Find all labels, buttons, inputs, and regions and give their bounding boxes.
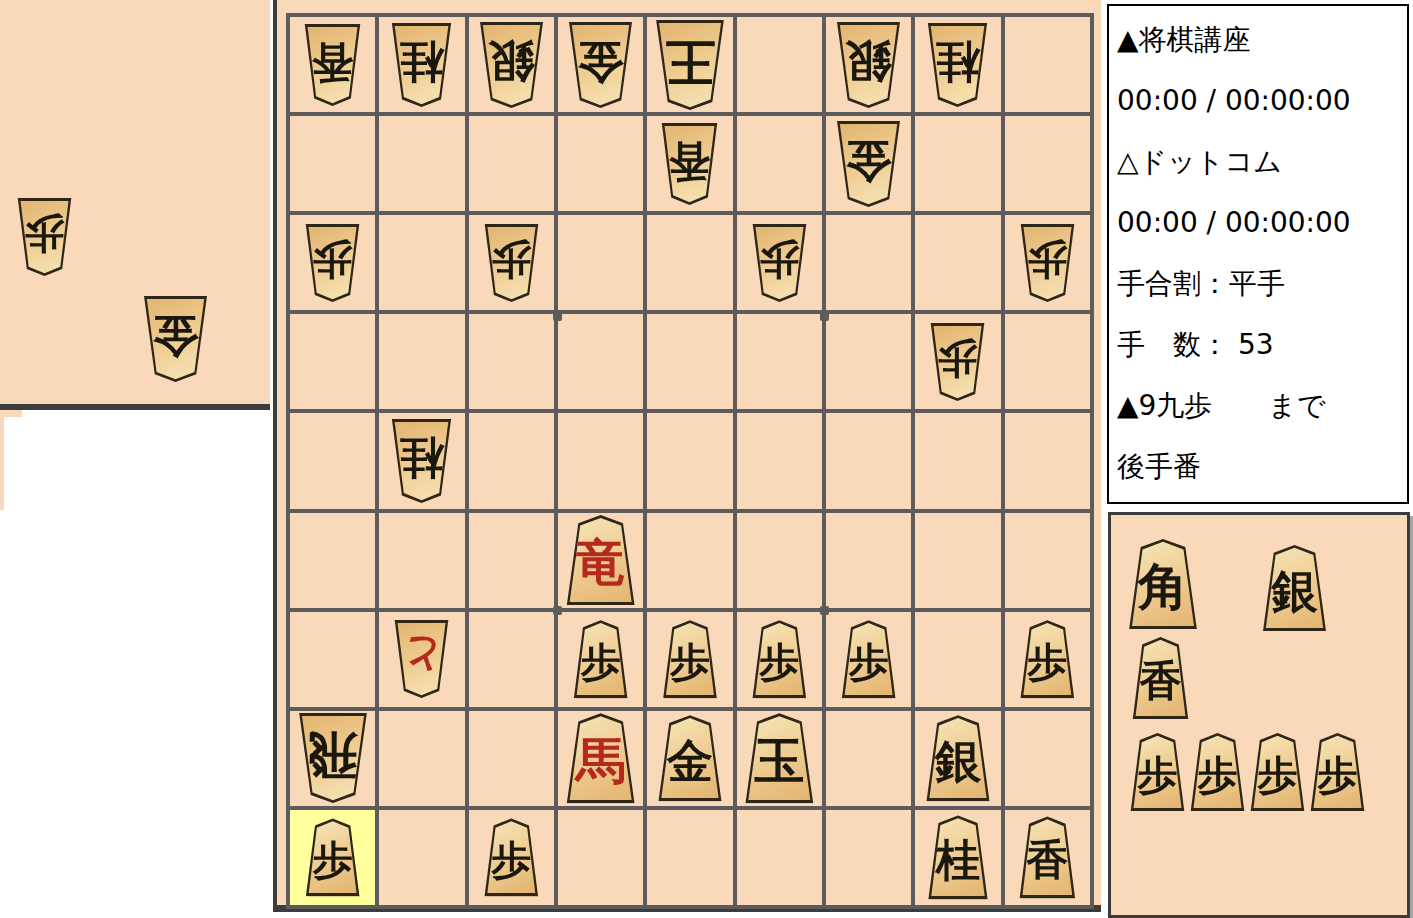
piece-face: 歩	[486, 820, 537, 893]
board-cell[interactable]: 歩	[290, 215, 375, 310]
board-cell[interactable]	[290, 612, 375, 707]
piece-kanji: 歩	[25, 214, 65, 254]
piece-face: 桂	[929, 817, 986, 896]
gote-clock: 00:00 / 00:00:00	[1117, 192, 1399, 253]
board-panel: 香桂銀金王銀桂香金歩歩歩歩歩桂竜と歩歩歩歩歩飛馬金玉銀歩歩桂香	[273, 0, 1101, 912]
captured-piece-sente[interactable]: 香	[1131, 637, 1190, 719]
piece-face: 飛	[300, 716, 366, 801]
board-cell[interactable]	[915, 116, 1000, 211]
board-cell[interactable]	[1005, 413, 1090, 508]
board-cell[interactable]	[469, 513, 554, 608]
shogi-piece-gote[interactable]: 銀	[478, 22, 545, 108]
move-count-label: 手 数： 53	[1117, 314, 1399, 375]
shogi-piece-sente[interactable]: 馬	[565, 713, 637, 803]
piece-face: 馬	[568, 715, 634, 800]
shogi-piece-gote[interactable]: 桂	[390, 23, 453, 107]
shogi-piece-sente[interactable]: 玉	[743, 713, 815, 803]
piece-kanji: 金	[846, 138, 892, 184]
piece-kanji: 歩	[313, 240, 353, 280]
board-cell[interactable]: 歩	[558, 612, 643, 707]
piece-face: 金	[838, 124, 899, 205]
sente-captured-tray: 角銀香歩歩歩歩	[1108, 512, 1410, 918]
piece-kanji: 玉	[754, 736, 804, 786]
board-cell[interactable]: 銀	[469, 17, 554, 112]
board-cell[interactable]	[647, 413, 732, 508]
board-cell[interactable]: 香	[647, 116, 732, 211]
board-cell[interactable]	[469, 612, 554, 707]
board-cell[interactable]	[379, 810, 464, 905]
board-cell[interactable]	[647, 314, 732, 409]
board-cell[interactable]: 歩	[469, 215, 554, 310]
shogi-piece-sente[interactable]: 歩	[1019, 620, 1076, 698]
gote-captured-tray: 歩金	[0, 0, 270, 410]
captured-piece-gote[interactable]: 歩	[16, 198, 73, 276]
board-cell[interactable]	[647, 810, 732, 905]
board-cell[interactable]: 歩	[915, 314, 1000, 409]
board-cell[interactable]	[915, 215, 1000, 310]
piece-kanji: 歩	[938, 339, 978, 379]
piece-kanji: 歩	[1027, 642, 1067, 682]
board-cell[interactable]	[469, 314, 554, 409]
hoshi-dot	[820, 606, 829, 615]
piece-face: 歩	[1132, 735, 1183, 808]
piece-face: 歩	[1192, 735, 1243, 808]
shogi-piece-gote[interactable]: 歩	[751, 224, 808, 302]
board-cell[interactable]	[826, 413, 911, 508]
shogi-piece-gote[interactable]: 銀	[835, 22, 902, 108]
piece-face: 歩	[1022, 227, 1073, 300]
piece-kanji: 歩	[581, 642, 621, 682]
piece-face: 桂	[393, 26, 450, 105]
board-cell[interactable]: 歩	[469, 810, 554, 905]
hoshi-dot	[553, 606, 562, 615]
shogi-piece-gote[interactable]: 歩	[304, 224, 361, 302]
piece-face: と	[396, 623, 447, 696]
board-cell[interactable]	[379, 513, 464, 608]
piece-face: 歩	[754, 622, 805, 695]
board-cell[interactable]: 桂	[915, 17, 1000, 112]
piece-face: 歩	[843, 622, 894, 695]
turn-indicator: 後手番	[1117, 436, 1399, 497]
board-cell[interactable]	[1005, 17, 1090, 112]
piece-kanji: 桂	[400, 436, 444, 480]
piece-face: 銀	[838, 25, 899, 106]
piece-kanji: 香	[312, 41, 354, 83]
piece-face: 香	[1021, 818, 1074, 895]
shogi-piece-sente[interactable]: 銀	[924, 715, 991, 801]
board-cell[interactable]	[290, 413, 375, 508]
board-cell[interactable]	[558, 215, 643, 310]
board-cell[interactable]: 馬	[558, 711, 643, 806]
board-cell[interactable]	[915, 413, 1000, 508]
board-cell[interactable]	[558, 413, 643, 508]
board-cell[interactable]: 桂	[915, 810, 1000, 905]
captured-piece-gote[interactable]: 金	[142, 296, 209, 382]
board-cell[interactable]	[915, 612, 1000, 707]
board-cell[interactable]: 香	[1005, 810, 1090, 905]
piece-kanji: 歩	[1138, 755, 1178, 795]
sente-player-name: ▲将棋講座	[1117, 9, 1399, 70]
piece-kanji: 歩	[849, 642, 889, 682]
piece-kanji: 歩	[491, 840, 531, 880]
piece-face: 香	[1134, 639, 1187, 716]
board-cell[interactable]	[1005, 513, 1090, 608]
board-cell[interactable]	[737, 513, 822, 608]
shogi-piece-gote[interactable]: 金	[567, 22, 634, 108]
shogi-piece-gote[interactable]: 香	[303, 24, 362, 106]
gote-player-name: △ドットコム	[1117, 131, 1399, 192]
board-cell[interactable]: 金	[647, 711, 732, 806]
piece-face: 歩	[754, 227, 805, 300]
shogi-piece-sente[interactable]: 歩	[304, 818, 361, 896]
piece-kanji: 金	[667, 738, 713, 784]
shogi-piece-gote[interactable]: 飛	[297, 713, 369, 803]
board-cell[interactable]	[737, 314, 822, 409]
piece-face: 歩	[19, 201, 70, 274]
piece-kanji: 金	[153, 313, 199, 359]
sente-clock: 00:00 / 00:00:00	[1117, 70, 1399, 131]
board-cell[interactable]	[647, 215, 732, 310]
board-cell[interactable]	[558, 314, 643, 409]
piece-kanji: 銀	[488, 39, 534, 85]
board-cell[interactable]	[469, 413, 554, 508]
piece-face: 銀	[1264, 547, 1325, 628]
hoshi-dot	[820, 312, 829, 321]
shogi-piece-gote[interactable]: 香	[660, 123, 719, 205]
handicap-label: 手合割：平手	[1117, 253, 1399, 314]
board-cell[interactable]	[1005, 314, 1090, 409]
board-cell[interactable]	[737, 810, 822, 905]
board-cell[interactable]: 香	[290, 17, 375, 112]
board-cell[interactable]	[647, 513, 732, 608]
board-cell[interactable]: 歩	[1005, 612, 1090, 707]
piece-kanji: 桂	[936, 40, 980, 84]
board-cell[interactable]: 玉	[737, 711, 822, 806]
piece-face: 歩	[1312, 735, 1363, 808]
piece-face: 桂	[929, 26, 986, 105]
piece-face: 銀	[481, 25, 542, 106]
piece-kanji: 飛	[308, 730, 358, 780]
shogi-piece-sente[interactable]: 歩	[483, 818, 540, 896]
piece-kanji: 歩	[313, 840, 353, 880]
hoshi-dot	[553, 312, 562, 321]
board-cell[interactable]: 歩	[290, 810, 375, 905]
board-cell[interactable]	[379, 215, 464, 310]
piece-face: 王	[657, 23, 723, 108]
piece-face: 銀	[927, 717, 988, 798]
piece-face: 竜	[568, 517, 634, 602]
panel-edge-sliver	[0, 410, 4, 510]
board-cell[interactable]	[558, 810, 643, 905]
shogi-piece-sente[interactable]: 歩	[661, 620, 718, 698]
board-cell[interactable]	[469, 116, 554, 211]
board-cell[interactable]: 銀	[826, 17, 911, 112]
piece-kanji: 歩	[759, 642, 799, 682]
shogi-piece-gote[interactable]: と	[393, 620, 450, 698]
piece-kanji: 香	[669, 140, 711, 182]
shogi-piece-sente[interactable]: 竜	[565, 515, 637, 605]
piece-kanji: 王	[665, 37, 715, 87]
piece-kanji: 歩	[759, 240, 799, 280]
piece-face: 金	[659, 717, 720, 798]
captured-piece-sente[interactable]: 歩	[1129, 733, 1186, 811]
shogi-piece-sente[interactable]: 歩	[572, 620, 629, 698]
board-cell[interactable]	[737, 17, 822, 112]
captured-piece-sente[interactable]: 角	[1127, 539, 1199, 629]
board-cell[interactable]	[826, 215, 911, 310]
piece-face: 歩	[575, 622, 626, 695]
shogi-piece-gote[interactable]: 桂	[926, 23, 989, 107]
piece-face: 歩	[1252, 735, 1303, 808]
piece-face: 歩	[307, 820, 358, 893]
shogi-piece-gote[interactable]: 桂	[390, 419, 453, 503]
board-cell[interactable]	[290, 513, 375, 608]
shogi-piece-gote[interactable]: 歩	[483, 224, 540, 302]
board-cell[interactable]: 桂	[379, 17, 464, 112]
board-cell[interactable]: 銀	[915, 711, 1000, 806]
game-info-panel: ▲将棋講座 00:00 / 00:00:00 △ドットコム 00:00 / 00…	[1107, 4, 1409, 504]
piece-face: 歩	[486, 227, 537, 300]
shogi-piece-gote[interactable]: 金	[835, 121, 902, 207]
board-cell[interactable]: 金	[826, 116, 911, 211]
piece-kanji: と	[402, 636, 443, 676]
board-cell[interactable]	[469, 711, 554, 806]
board-cell[interactable]	[826, 314, 911, 409]
piece-face: 香	[663, 126, 716, 203]
captured-piece-sente[interactable]: 銀	[1261, 545, 1328, 631]
shogi-piece-sente[interactable]: 桂	[926, 815, 989, 899]
board-cell[interactable]: 王	[647, 17, 732, 112]
board-cell[interactable]	[826, 513, 911, 608]
shogi-piece-gote[interactable]: 歩	[1019, 224, 1076, 302]
board-cell[interactable]: 歩	[826, 612, 911, 707]
shogi-piece-sente[interactable]: 歩	[751, 620, 808, 698]
shogi-piece-sente[interactable]: 香	[1018, 816, 1077, 898]
board-cell[interactable]: 飛	[290, 711, 375, 806]
board-cell[interactable]	[290, 116, 375, 211]
piece-face: 金	[570, 25, 631, 106]
board-cell[interactable]	[290, 314, 375, 409]
piece-kanji: 歩	[1318, 755, 1358, 795]
piece-kanji: 角	[1138, 562, 1188, 612]
piece-kanji: 香	[1026, 839, 1068, 881]
board-cell[interactable]: 金	[558, 17, 643, 112]
piece-kanji: 桂	[400, 40, 444, 84]
board-cell[interactable]: 歩	[737, 215, 822, 310]
shogi-piece-sente[interactable]: 金	[656, 715, 723, 801]
piece-face: 歩	[307, 227, 358, 300]
piece-kanji: 歩	[1198, 755, 1238, 795]
board-cell[interactable]	[558, 116, 643, 211]
board-cell[interactable]	[1005, 711, 1090, 806]
piece-face: 香	[306, 27, 359, 104]
board-cell[interactable]: 竜	[558, 513, 643, 608]
piece-kanji: 歩	[491, 240, 531, 280]
board-cell[interactable]	[737, 116, 822, 211]
shogi-piece-sente[interactable]: 歩	[840, 620, 897, 698]
piece-kanji: 歩	[1258, 755, 1298, 795]
board-cell[interactable]: と	[379, 612, 464, 707]
board-cell[interactable]: 桂	[379, 413, 464, 508]
piece-face: 桂	[393, 422, 450, 501]
piece-face: 金	[145, 299, 206, 380]
piece-face: 玉	[746, 715, 812, 800]
board-cell[interactable]	[379, 711, 464, 806]
board-cell[interactable]: 歩	[647, 612, 732, 707]
shogi-grid: 香桂銀金王銀桂香金歩歩歩歩歩桂竜と歩歩歩歩歩飛馬金玉銀歩歩桂香	[286, 13, 1094, 909]
piece-kanji: 銀	[935, 738, 981, 784]
piece-face: 角	[1130, 541, 1196, 626]
piece-kanji: 歩	[1027, 240, 1067, 280]
piece-kanji: 香	[1140, 660, 1182, 702]
captured-piece-sente[interactable]: 歩	[1309, 733, 1366, 811]
piece-kanji: 銀	[1272, 568, 1318, 614]
board-cell[interactable]: 歩	[1005, 215, 1090, 310]
captured-piece-sente[interactable]: 歩	[1249, 733, 1306, 811]
board-cell[interactable]	[826, 711, 911, 806]
piece-kanji: 竜	[576, 538, 626, 588]
shogi-piece-gote[interactable]: 王	[654, 20, 726, 110]
board-cell[interactable]	[1005, 116, 1090, 211]
shogi-piece-gote[interactable]: 歩	[929, 323, 986, 401]
board-cell[interactable]	[737, 413, 822, 508]
board-cell[interactable]	[915, 513, 1000, 608]
board-cell[interactable]: 歩	[737, 612, 822, 707]
piece-face: 歩	[664, 622, 715, 695]
last-move-label: ▲9九歩 まで	[1117, 375, 1399, 436]
piece-kanji: 金	[578, 39, 624, 85]
board-cell[interactable]	[826, 810, 911, 905]
piece-kanji: 歩	[670, 642, 710, 682]
piece-face: 歩	[1022, 622, 1073, 695]
piece-face: 歩	[932, 326, 983, 399]
piece-kanji: 桂	[936, 838, 980, 882]
captured-piece-sente[interactable]: 歩	[1189, 733, 1246, 811]
piece-kanji: 銀	[846, 39, 892, 85]
board-cell[interactable]	[379, 116, 464, 211]
piece-kanji: 馬	[576, 736, 626, 786]
board-cell[interactable]	[379, 314, 464, 409]
